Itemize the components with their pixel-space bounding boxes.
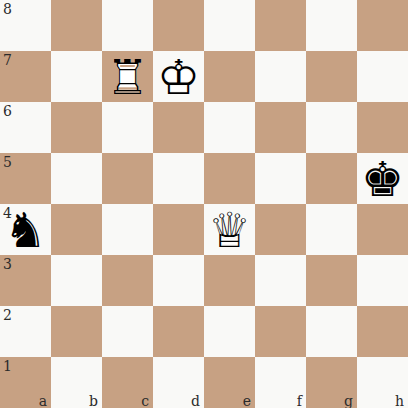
white-king-outline-glyph: ♔ xyxy=(153,51,204,102)
rank-label-3: 3 xyxy=(3,256,12,272)
square-a5[interactable]: 5 xyxy=(0,153,51,204)
square-h5[interactable]: ♚ xyxy=(357,153,408,204)
square-g6[interactable] xyxy=(306,102,357,153)
square-e4[interactable]: ♛♕ xyxy=(204,204,255,255)
rank-label-7: 7 xyxy=(3,52,12,68)
black-king-glyph: ♚ xyxy=(357,153,408,204)
square-a2[interactable]: 2 xyxy=(0,306,51,357)
square-a3[interactable]: 3 xyxy=(0,255,51,306)
square-b2[interactable] xyxy=(51,306,102,357)
rank-label-8: 8 xyxy=(3,1,12,17)
square-b6[interactable] xyxy=(51,102,102,153)
file-label-g: g xyxy=(344,393,353,408)
square-h6[interactable] xyxy=(357,102,408,153)
rank-label-2: 2 xyxy=(3,307,12,323)
white-rook-fill-glyph: ♜ xyxy=(102,51,153,102)
square-e6[interactable] xyxy=(204,102,255,153)
square-a7[interactable]: 7 xyxy=(0,51,51,102)
square-d1[interactable]: d xyxy=(153,357,204,408)
square-c7[interactable]: ♜♖ xyxy=(102,51,153,102)
square-f8[interactable] xyxy=(255,0,306,51)
square-g3[interactable] xyxy=(306,255,357,306)
square-b5[interactable] xyxy=(51,153,102,204)
square-e2[interactable] xyxy=(204,306,255,357)
square-f3[interactable] xyxy=(255,255,306,306)
black-knight-glyph: ♞ xyxy=(0,204,51,255)
square-g7[interactable] xyxy=(306,51,357,102)
square-d7[interactable]: ♚♔ xyxy=(153,51,204,102)
square-e1[interactable]: e xyxy=(204,357,255,408)
square-b7[interactable] xyxy=(51,51,102,102)
rank-label-1: 1 xyxy=(3,358,12,374)
square-f4[interactable] xyxy=(255,204,306,255)
square-g2[interactable] xyxy=(306,306,357,357)
square-b8[interactable] xyxy=(51,0,102,51)
square-e7[interactable] xyxy=(204,51,255,102)
square-f7[interactable] xyxy=(255,51,306,102)
square-h2[interactable] xyxy=(357,306,408,357)
square-c2[interactable] xyxy=(102,306,153,357)
square-h7[interactable] xyxy=(357,51,408,102)
white-rook-outline-glyph: ♖ xyxy=(102,51,153,102)
square-g8[interactable] xyxy=(306,0,357,51)
square-a6[interactable]: 6 xyxy=(0,102,51,153)
file-label-b: b xyxy=(89,393,98,408)
square-d2[interactable] xyxy=(153,306,204,357)
square-f1[interactable]: f xyxy=(255,357,306,408)
square-c5[interactable] xyxy=(102,153,153,204)
square-d4[interactable] xyxy=(153,204,204,255)
chess-board: 87♜♖♚♔65♚4♞♛♕321abcdefgh xyxy=(0,0,408,408)
square-b4[interactable] xyxy=(51,204,102,255)
file-label-c: c xyxy=(141,393,149,408)
square-g1[interactable]: g xyxy=(306,357,357,408)
square-c8[interactable] xyxy=(102,0,153,51)
white-queen-fill-glyph: ♛ xyxy=(204,204,255,255)
piece-white-king-d7[interactable]: ♚♔ xyxy=(153,51,204,102)
file-label-a: a xyxy=(39,393,47,408)
file-label-e: e xyxy=(243,393,251,408)
square-c1[interactable]: c xyxy=(102,357,153,408)
piece-white-rook-c7[interactable]: ♜♖ xyxy=(102,51,153,102)
square-e5[interactable] xyxy=(204,153,255,204)
rank-label-5: 5 xyxy=(3,154,12,170)
square-h3[interactable] xyxy=(357,255,408,306)
square-g4[interactable] xyxy=(306,204,357,255)
square-c4[interactable] xyxy=(102,204,153,255)
piece-black-king-h5[interactable]: ♚ xyxy=(357,153,408,204)
square-f2[interactable] xyxy=(255,306,306,357)
square-d3[interactable] xyxy=(153,255,204,306)
square-a1[interactable]: 1a xyxy=(0,357,51,408)
square-c3[interactable] xyxy=(102,255,153,306)
square-b1[interactable]: b xyxy=(51,357,102,408)
file-label-f: f xyxy=(297,393,302,408)
square-c6[interactable] xyxy=(102,102,153,153)
square-g5[interactable] xyxy=(306,153,357,204)
square-e3[interactable] xyxy=(204,255,255,306)
square-h4[interactable] xyxy=(357,204,408,255)
square-d6[interactable] xyxy=(153,102,204,153)
file-label-h: h xyxy=(395,393,404,408)
square-a8[interactable]: 8 xyxy=(0,0,51,51)
square-b3[interactable] xyxy=(51,255,102,306)
square-e8[interactable] xyxy=(204,0,255,51)
white-king-fill-glyph: ♚ xyxy=(153,51,204,102)
square-f5[interactable] xyxy=(255,153,306,204)
rank-label-6: 6 xyxy=(3,103,12,119)
square-a4[interactable]: 4♞ xyxy=(0,204,51,255)
square-d8[interactable] xyxy=(153,0,204,51)
square-h8[interactable] xyxy=(357,0,408,51)
square-d5[interactable] xyxy=(153,153,204,204)
piece-white-queen-e4[interactable]: ♛♕ xyxy=(204,204,255,255)
square-f6[interactable] xyxy=(255,102,306,153)
file-label-d: d xyxy=(191,393,200,408)
white-queen-outline-glyph: ♕ xyxy=(204,204,255,255)
piece-black-knight-a4[interactable]: ♞ xyxy=(0,204,51,255)
square-h1[interactable]: h xyxy=(357,357,408,408)
